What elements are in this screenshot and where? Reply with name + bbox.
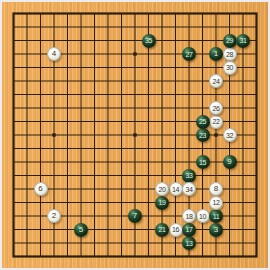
stone-white-10-P4[interactable]: 10 (196, 209, 210, 223)
stone-black-21-M3[interactable]: 21 (155, 223, 169, 237)
stone-black-15-P8[interactable]: 15 (196, 155, 210, 169)
stone-black-3-Q3[interactable]: 3 (209, 223, 223, 237)
stone-black-11-Q4[interactable]: 11 (209, 209, 223, 223)
stone-white-34-O6[interactable]: 34 (182, 182, 196, 196)
stone-black-13-O2[interactable]: 13 (182, 236, 196, 250)
hoshi-point (133, 52, 136, 55)
hoshi-point (214, 133, 217, 136)
stone-black-9-R8[interactable]: 9 (223, 155, 237, 169)
stone-white-26-Q12[interactable]: 26 (209, 101, 223, 115)
stone-black-1-Q16[interactable]: 1 (209, 47, 223, 61)
stone-white-18-O4[interactable]: 18 (182, 209, 196, 223)
stone-white-28-R16[interactable]: 28 (223, 47, 237, 61)
stone-white-30-R15[interactable]: 30 (223, 61, 237, 75)
stone-white-8-Q6[interactable]: 8 (209, 182, 223, 196)
stone-white-24-Q14[interactable]: 24 (209, 74, 223, 88)
go-board[interactable]: 1234567891011121314151617181920212223242… (0, 0, 270, 270)
stone-white-4-D16[interactable]: 4 (47, 47, 61, 61)
stone-white-32-R10[interactable]: 32 (223, 128, 237, 142)
stone-white-14-N6[interactable]: 14 (169, 182, 183, 196)
stone-black-27-O16[interactable]: 27 (182, 47, 196, 61)
stone-white-16-N3[interactable]: 16 (169, 223, 183, 237)
stone-black-23-P10[interactable]: 23 (196, 128, 210, 142)
stone-white-20-M6[interactable]: 20 (155, 182, 169, 196)
stone-black-5-F3[interactable]: 5 (74, 223, 88, 237)
stone-white-6-C6[interactable]: 6 (34, 182, 48, 196)
stone-white-12-Q5[interactable]: 12 (209, 196, 223, 210)
hoshi-point (52, 133, 55, 136)
stone-black-35-L17[interactable]: 35 (142, 34, 156, 48)
stone-black-17-O3[interactable]: 17 (182, 223, 196, 237)
stone-black-31-S17[interactable]: 31 (236, 34, 250, 48)
stone-white-2-D4[interactable]: 2 (47, 209, 61, 223)
stone-white-22-Q11[interactable]: 22 (209, 115, 223, 129)
stone-black-7-K4[interactable]: 7 (128, 209, 142, 223)
stone-black-19-M5[interactable]: 19 (155, 196, 169, 210)
stone-black-25-P11[interactable]: 25 (196, 115, 210, 129)
hoshi-point (133, 133, 136, 136)
stone-black-33-O7[interactable]: 33 (182, 169, 196, 183)
stone-black-29-R17[interactable]: 29 (223, 34, 237, 48)
